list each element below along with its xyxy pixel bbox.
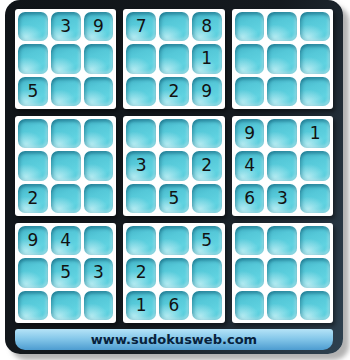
- sudoku-cell-r7c6[interactable]: 5: [192, 226, 222, 255]
- sudoku-cell-r9c6[interactable]: [192, 291, 222, 320]
- sudoku-cell-r2c5[interactable]: [159, 44, 189, 73]
- sudoku-cell-r4c1[interactable]: [18, 119, 48, 148]
- sudoku-cell-r8c6[interactable]: [192, 258, 222, 287]
- sudoku-cell-r2c7[interactable]: [235, 44, 265, 73]
- sudoku-cell-r2c9[interactable]: [300, 44, 330, 73]
- sudoku-cell-r4c5[interactable]: [159, 119, 189, 148]
- sudoku-cell-r6c8[interactable]: 3: [267, 184, 297, 213]
- sudoku-cell-r7c1[interactable]: 9: [18, 226, 48, 255]
- sudoku-cell-r8c2[interactable]: 5: [51, 258, 81, 287]
- footer-url[interactable]: www.sudokusweb.com: [91, 332, 257, 347]
- sudoku-cell-r3c7[interactable]: [235, 77, 265, 106]
- sudoku-cell-r6c4[interactable]: [126, 184, 156, 213]
- sudoku-cell-r7c4[interactable]: [126, 226, 156, 255]
- sudoku-box-2-2: 325: [123, 116, 224, 216]
- sudoku-cell-r8c4[interactable]: 2: [126, 258, 156, 287]
- sudoku-box-1-1: 395: [15, 9, 116, 109]
- sudoku-cell-r8c9[interactable]: [300, 258, 330, 287]
- sudoku-cell-r1c3[interactable]: 9: [84, 12, 114, 41]
- sudoku-cell-r9c7[interactable]: [235, 291, 265, 320]
- sudoku-cell-r4c3[interactable]: [84, 119, 114, 148]
- sudoku-cell-r9c4[interactable]: 1: [126, 291, 156, 320]
- sudoku-cell-r7c7[interactable]: [235, 226, 265, 255]
- sudoku-cell-r8c3[interactable]: 3: [84, 258, 114, 287]
- sudoku-cell-r4c6[interactable]: [192, 119, 222, 148]
- sudoku-cell-r5c2[interactable]: [51, 151, 81, 180]
- sudoku-cell-r7c8[interactable]: [267, 226, 297, 255]
- sudoku-cell-r9c8[interactable]: [267, 291, 297, 320]
- sudoku-cell-r1c1[interactable]: [18, 12, 48, 41]
- sudoku-cell-r4c9[interactable]: 1: [300, 119, 330, 148]
- sudoku-cell-r2c3[interactable]: [84, 44, 114, 73]
- sudoku-cell-r5c4[interactable]: 3: [126, 151, 156, 180]
- sudoku-cell-r3c5[interactable]: 2: [159, 77, 189, 106]
- sudoku-cell-r3c4[interactable]: [126, 77, 156, 106]
- sudoku-cell-r3c9[interactable]: [300, 77, 330, 106]
- sudoku-box-2-1: 2: [15, 116, 116, 216]
- sudoku-cell-r8c7[interactable]: [235, 258, 265, 287]
- sudoku-cell-r4c2[interactable]: [51, 119, 81, 148]
- sudoku-cell-r6c3[interactable]: [84, 184, 114, 213]
- sudoku-cell-r1c5[interactable]: [159, 12, 189, 41]
- sudoku-cell-r8c5[interactable]: [159, 258, 189, 287]
- sudoku-cell-r5c5[interactable]: [159, 151, 189, 180]
- sudoku-cell-r8c8[interactable]: [267, 258, 297, 287]
- sudoku-cell-r5c1[interactable]: [18, 151, 48, 180]
- sudoku-cell-r9c9[interactable]: [300, 291, 330, 320]
- sudoku-cell-r9c2[interactable]: [51, 291, 81, 320]
- sudoku-cell-r6c9[interactable]: [300, 184, 330, 213]
- sudoku-cell-r3c1[interactable]: 5: [18, 77, 48, 106]
- sudoku-cell-r1c2[interactable]: 3: [51, 12, 81, 41]
- sudoku-cell-r6c1[interactable]: 2: [18, 184, 48, 213]
- sudoku-cell-r8c1[interactable]: [18, 258, 48, 287]
- sudoku-box-3-3: [232, 223, 333, 323]
- sudoku-cell-r3c3[interactable]: [84, 77, 114, 106]
- sudoku-cell-r1c9[interactable]: [300, 12, 330, 41]
- sudoku-cell-r2c1[interactable]: [18, 44, 48, 73]
- sudoku-cell-r5c6[interactable]: 2: [192, 151, 222, 180]
- sudoku-cell-r2c2[interactable]: [51, 44, 81, 73]
- sudoku-cell-r1c8[interactable]: [267, 12, 297, 41]
- sudoku-cell-r3c2[interactable]: [51, 77, 81, 106]
- sudoku-cell-r6c6[interactable]: [192, 184, 222, 213]
- sudoku-cell-r5c7[interactable]: 4: [235, 151, 265, 180]
- sudoku-cell-r9c1[interactable]: [18, 291, 48, 320]
- sudoku-box-3-1: 9453: [15, 223, 116, 323]
- sudoku-cell-r1c6[interactable]: 8: [192, 12, 222, 41]
- sudoku-cell-r4c8[interactable]: [267, 119, 297, 148]
- sudoku-cell-r5c8[interactable]: [267, 151, 297, 180]
- sudoku-cell-r7c9[interactable]: [300, 226, 330, 255]
- sudoku-cell-r4c7[interactable]: 9: [235, 119, 265, 148]
- sudoku-box-3-2: 5216: [123, 223, 224, 323]
- sudoku-cell-r6c7[interactable]: 6: [235, 184, 265, 213]
- sudoku-cell-r7c2[interactable]: 4: [51, 226, 81, 255]
- sudoku-cell-r7c3[interactable]: [84, 226, 114, 255]
- sudoku-cell-r2c8[interactable]: [267, 44, 297, 73]
- sudoku-cell-r1c7[interactable]: [235, 12, 265, 41]
- sudoku-cell-r7c5[interactable]: [159, 226, 189, 255]
- page: 3957812923259146394535216 www.sudokusweb…: [0, 0, 350, 360]
- sudoku-cell-r5c9[interactable]: [300, 151, 330, 180]
- sudoku-cell-r5c3[interactable]: [84, 151, 114, 180]
- sudoku-cell-r6c2[interactable]: [51, 184, 81, 213]
- sudoku-box-2-3: 91463: [232, 116, 333, 216]
- sudoku-cell-r9c3[interactable]: [84, 291, 114, 320]
- board-frame: 3957812923259146394535216 www.sudokusweb…: [5, 0, 343, 354]
- sudoku-box-1-3: [232, 9, 333, 109]
- sudoku-cell-r1c4[interactable]: 7: [126, 12, 156, 41]
- footer-bar: www.sudokusweb.com: [15, 329, 333, 350]
- sudoku-cell-r9c5[interactable]: 6: [159, 291, 189, 320]
- sudoku-cell-r4c4[interactable]: [126, 119, 156, 148]
- sudoku-cell-r6c5[interactable]: 5: [159, 184, 189, 213]
- sudoku-cell-r2c4[interactable]: [126, 44, 156, 73]
- sudoku-cell-r2c6[interactable]: 1: [192, 44, 222, 73]
- sudoku-cell-r3c6[interactable]: 9: [192, 77, 222, 106]
- sudoku-grid: 3957812923259146394535216: [15, 9, 333, 323]
- sudoku-box-1-2: 78129: [123, 9, 224, 109]
- sudoku-cell-r3c8[interactable]: [267, 77, 297, 106]
